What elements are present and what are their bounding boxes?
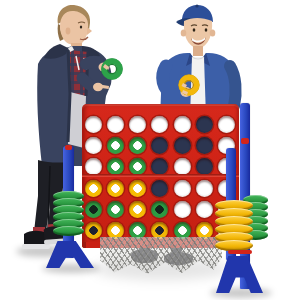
- board-cell-r4c4: [149, 177, 171, 198]
- green-disc: [174, 222, 191, 239]
- green-disc: [85, 201, 102, 218]
- spare-green-ring: [53, 226, 84, 236]
- green-disc: [107, 137, 124, 154]
- board-cell-r5c2: [104, 199, 126, 220]
- eye: [193, 28, 196, 31]
- yellow-disc: [85, 180, 102, 197]
- yellow-disc: [129, 201, 146, 218]
- board-cell-r2c1: [82, 135, 104, 156]
- board-cell-r1c3: [127, 114, 149, 135]
- empty-hole: [174, 137, 191, 154]
- board-cell-r5c6: [193, 199, 215, 220]
- board-section-seam: [82, 174, 239, 177]
- yellow-disc: [129, 180, 146, 197]
- empty-hole: [107, 116, 124, 133]
- board-cell-r2c6: [193, 135, 215, 156]
- right-foot-pin: [228, 250, 252, 254]
- empty-hole: [218, 116, 235, 133]
- eye: [80, 25, 82, 28]
- empty-hole: [151, 180, 168, 197]
- empty-hole: [174, 180, 191, 197]
- jacket-arm-left: [230, 66, 236, 106]
- board-cell-r1c6: [193, 114, 215, 135]
- empty-hole: [85, 137, 102, 154]
- board-cell-r2c3: [127, 135, 149, 156]
- empty-hole: [151, 116, 168, 133]
- green-disc: [129, 137, 146, 154]
- empty-hole: [196, 116, 213, 133]
- board-cell-r2c2: [104, 135, 126, 156]
- ear-right: [210, 29, 216, 36]
- nose: [87, 27, 92, 35]
- empty-hole: [196, 158, 213, 175]
- green-disc: [129, 158, 146, 175]
- neck: [193, 46, 203, 56]
- board-cell-r1c5: [171, 114, 193, 135]
- board-cell-r2c5: [171, 135, 193, 156]
- green-disc: [107, 158, 124, 175]
- board-cell-r2c4: [149, 135, 171, 156]
- green-disc: [151, 201, 168, 218]
- board-cell-r4c6: [193, 177, 215, 198]
- empty-hole: [174, 116, 191, 133]
- sneaker-sole: [22, 244, 50, 249]
- yellow-disc: [107, 222, 124, 239]
- empty-hole: [174, 158, 191, 175]
- board-cell-r5c3: [127, 199, 149, 220]
- green-ring-stack-left: [53, 194, 84, 236]
- product-photo-giant-connect-four: [0, 0, 300, 300]
- board-cell-r1c7: [216, 114, 238, 135]
- board-cell-r5c4: [149, 199, 171, 220]
- empty-hole: [196, 201, 213, 218]
- empty-hole: [151, 158, 168, 175]
- board-cell-r1c1: [82, 114, 104, 135]
- board-cell-r5c1: [82, 199, 104, 220]
- eye: [205, 28, 208, 31]
- yellow-ring-stack-right: [215, 203, 253, 251]
- right-player: [150, 0, 250, 118]
- yellow-disc: [151, 222, 168, 239]
- yellow-disc: [107, 180, 124, 197]
- arm-holding: [86, 62, 101, 65]
- empty-hole: [151, 137, 168, 154]
- rear-right-post-knob: [241, 138, 249, 144]
- board-cell-r4c3: [127, 177, 149, 198]
- board-cell-r1c4: [149, 114, 171, 135]
- front-left-post-tip: [65, 145, 72, 150]
- empty-hole: [129, 116, 146, 133]
- empty-hole: [85, 116, 102, 133]
- board-cell-r4c1: [82, 177, 104, 198]
- empty-hole: [85, 158, 102, 175]
- board-cell-r1c2: [104, 114, 126, 135]
- ear: [66, 28, 71, 35]
- cap-button: [195, 4, 198, 7]
- green-disc: [129, 222, 146, 239]
- ear-left: [181, 29, 187, 36]
- board-cell-r4c2: [104, 177, 126, 198]
- yellow-disc: [85, 222, 102, 239]
- empty-hole: [196, 137, 213, 154]
- green-disc: [107, 201, 124, 218]
- board-cell-r4c5: [171, 177, 193, 198]
- empty-hole: [196, 180, 213, 197]
- board-cell-r5c5: [171, 199, 193, 220]
- yellow-disc: [196, 222, 213, 239]
- empty-hole: [174, 201, 191, 218]
